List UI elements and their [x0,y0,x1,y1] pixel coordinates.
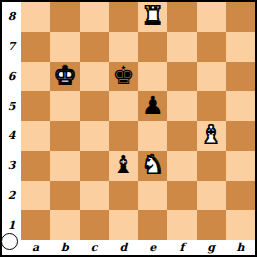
black-king-piece[interactable]: ♚ [112,63,134,88]
square-e3[interactable]: ♞ [138,151,167,181]
rank-labels: 87654321 [2,2,21,240]
file-label-g: g [197,240,226,255]
square-c7[interactable] [80,32,109,62]
square-b3[interactable] [50,151,79,181]
rank-label-7: 7 [2,32,21,62]
rank-label-4: 4 [2,121,21,151]
chess-board: ♜♚♚♟♝♝♞ [21,2,255,240]
rank-label-3: 3 [2,151,21,181]
square-d1[interactable] [109,210,138,240]
square-d2[interactable] [109,181,138,211]
square-h5[interactable] [226,91,255,121]
square-a1[interactable] [21,210,50,240]
square-a3[interactable] [21,151,50,181]
square-e4[interactable] [138,121,167,151]
rank-label-8: 8 [2,2,21,32]
black-pawn-piece[interactable]: ♟ [141,93,163,118]
turn-indicator-area [2,240,21,255]
square-f5[interactable] [167,91,196,121]
square-f7[interactable] [167,32,196,62]
square-c8[interactable] [80,2,109,32]
square-b7[interactable] [50,32,79,62]
square-g4[interactable]: ♝ [197,121,226,151]
square-h4[interactable] [226,121,255,151]
square-a7[interactable] [21,32,50,62]
file-labels: abcdefgh [21,240,255,255]
square-d6[interactable]: ♚ [109,62,138,92]
square-e1[interactable] [138,210,167,240]
square-a2[interactable] [21,181,50,211]
square-c1[interactable] [80,210,109,240]
square-g5[interactable] [197,91,226,121]
square-d4[interactable] [109,121,138,151]
square-b4[interactable] [50,121,79,151]
square-d3[interactable]: ♝ [109,151,138,181]
file-label-f: f [167,240,196,255]
file-label-b: b [50,240,79,255]
square-e7[interactable] [138,32,167,62]
square-h3[interactable] [226,151,255,181]
square-d5[interactable] [109,91,138,121]
square-h8[interactable] [226,2,255,32]
rank-label-6: 6 [2,62,21,92]
square-e2[interactable] [138,181,167,211]
square-f8[interactable] [167,2,196,32]
square-d8[interactable] [109,2,138,32]
square-e8[interactable]: ♜ [138,2,167,32]
white-king-piece[interactable]: ♚ [54,63,76,88]
rank-label-2: 2 [2,181,21,211]
square-a4[interactable] [21,121,50,151]
square-b6[interactable]: ♚ [50,62,79,92]
square-b2[interactable] [50,181,79,211]
file-label-e: e [138,240,167,255]
square-c2[interactable] [80,181,109,211]
rank-label-5: 5 [2,91,21,121]
white-to-move-indicator [1,233,18,250]
square-a6[interactable] [21,62,50,92]
square-g6[interactable] [197,62,226,92]
square-g1[interactable] [197,210,226,240]
file-label-d: d [109,240,138,255]
white-rook-piece[interactable]: ♜ [141,3,163,28]
square-c6[interactable] [80,62,109,92]
white-knight-piece[interactable]: ♞ [141,152,163,177]
file-label-a: a [21,240,50,255]
square-b8[interactable] [50,2,79,32]
square-a5[interactable] [21,91,50,121]
square-a8[interactable] [21,2,50,32]
square-g2[interactable] [197,181,226,211]
square-h1[interactable] [226,210,255,240]
square-c3[interactable] [80,151,109,181]
square-c4[interactable] [80,121,109,151]
square-f2[interactable] [167,181,196,211]
black-bishop-piece[interactable]: ♝ [112,152,134,177]
chess-diagram: 87654321 ♜♚♚♟♝♝♞ abcdefgh [0,0,257,257]
square-f6[interactable] [167,62,196,92]
white-bishop-piece[interactable]: ♝ [200,122,222,147]
file-label-h: h [226,240,255,255]
square-h6[interactable] [226,62,255,92]
square-f1[interactable] [167,210,196,240]
square-d7[interactable] [109,32,138,62]
square-g7[interactable] [197,32,226,62]
square-f3[interactable] [167,151,196,181]
file-label-c: c [80,240,109,255]
square-h2[interactable] [226,181,255,211]
square-f4[interactable] [167,121,196,151]
square-b1[interactable] [50,210,79,240]
square-e6[interactable] [138,62,167,92]
square-c5[interactable] [80,91,109,121]
square-g8[interactable] [197,2,226,32]
square-b5[interactable] [50,91,79,121]
square-h7[interactable] [226,32,255,62]
square-e5[interactable]: ♟ [138,91,167,121]
square-g3[interactable] [197,151,226,181]
